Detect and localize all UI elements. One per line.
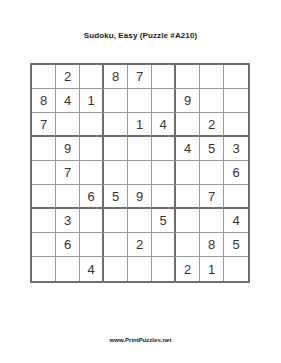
sudoku-cell-r7c5 <box>128 209 152 233</box>
sudoku-cell-r6c4: 5 <box>104 185 128 209</box>
sudoku-cell-r2c9 <box>224 89 248 113</box>
sudoku-cell-r2c6 <box>152 89 176 113</box>
sudoku-cell-r2c1: 8 <box>32 89 56 113</box>
sudoku-cell-r3c5: 1 <box>128 113 152 137</box>
sudoku-cell-r6c7 <box>176 185 200 209</box>
sudoku-cell-r7c1 <box>32 209 56 233</box>
sudoku-cell-r3c2 <box>56 113 80 137</box>
sudoku-cell-r7c8 <box>200 209 224 233</box>
sudoku-cell-r1c2: 2 <box>56 65 80 89</box>
sudoku-cell-r4c3 <box>80 137 104 161</box>
sudoku-cell-r5c3 <box>80 161 104 185</box>
sudoku-cell-r5c7 <box>176 161 200 185</box>
sudoku-cell-r1c3 <box>80 65 104 89</box>
sudoku-cell-r8c6 <box>152 233 176 257</box>
sudoku-cell-r4c7: 4 <box>176 137 200 161</box>
sudoku-cell-r4c1 <box>32 137 56 161</box>
sudoku-cell-r1c7 <box>176 65 200 89</box>
sudoku-cell-r6c2 <box>56 185 80 209</box>
sudoku-cell-r1c8 <box>200 65 224 89</box>
sudoku-cell-r7c9: 4 <box>224 209 248 233</box>
sudoku-cell-r8c7 <box>176 233 200 257</box>
sudoku-cell-r3c8: 2 <box>200 113 224 137</box>
sudoku-cell-r6c9 <box>224 185 248 209</box>
sudoku-cell-r2c8 <box>200 89 224 113</box>
sudoku-cell-r4c6 <box>152 137 176 161</box>
sudoku-cell-r4c9: 3 <box>224 137 248 161</box>
sudoku-cell-r9c8: 1 <box>200 257 224 281</box>
sudoku-cell-r1c9 <box>224 65 248 89</box>
sudoku-cell-r8c2: 6 <box>56 233 80 257</box>
sudoku-cell-r5c6 <box>152 161 176 185</box>
sudoku-cell-r2c7: 9 <box>176 89 200 113</box>
sudoku-cell-r1c6 <box>152 65 176 89</box>
sudoku-cell-r9c1 <box>32 257 56 281</box>
sudoku-cell-r8c8: 8 <box>200 233 224 257</box>
sudoku-cell-r1c5: 7 <box>128 65 152 89</box>
sudoku-cell-r6c3: 6 <box>80 185 104 209</box>
page-title: Sudoku, Easy (Puzzle #A210) <box>0 31 281 40</box>
sudoku-cell-r8c5: 2 <box>128 233 152 257</box>
sudoku-cell-r5c9: 6 <box>224 161 248 185</box>
sudoku-cell-r9c9 <box>224 257 248 281</box>
sudoku-cell-r2c4 <box>104 89 128 113</box>
sudoku-cell-r5c8 <box>200 161 224 185</box>
sudoku-cell-r5c4 <box>104 161 128 185</box>
sudoku-cell-r3c4 <box>104 113 128 137</box>
sudoku-board: 2878419714294537665973546285421 <box>30 63 250 283</box>
sudoku-cell-r3c9 <box>224 113 248 137</box>
sudoku-cell-r3c3 <box>80 113 104 137</box>
sudoku-cell-r7c4 <box>104 209 128 233</box>
sudoku-cell-r7c3 <box>80 209 104 233</box>
sudoku-cell-r7c6: 5 <box>152 209 176 233</box>
sudoku-cell-r7c2: 3 <box>56 209 80 233</box>
sudoku-cell-r8c4 <box>104 233 128 257</box>
sudoku-cell-r9c6 <box>152 257 176 281</box>
sudoku-cell-r6c1 <box>32 185 56 209</box>
sudoku-cell-r9c2 <box>56 257 80 281</box>
sudoku-cell-r9c5 <box>128 257 152 281</box>
sudoku-cell-r9c7: 2 <box>176 257 200 281</box>
sudoku-cell-r8c3 <box>80 233 104 257</box>
sudoku-cell-r3c6: 4 <box>152 113 176 137</box>
sudoku-cell-r5c2: 7 <box>56 161 80 185</box>
sudoku-cell-r1c4: 8 <box>104 65 128 89</box>
sudoku-cell-r4c5 <box>128 137 152 161</box>
sudoku-cell-r3c7 <box>176 113 200 137</box>
sudoku-cell-r6c8: 7 <box>200 185 224 209</box>
sudoku-cell-r9c4 <box>104 257 128 281</box>
sudoku-cell-r8c1 <box>32 233 56 257</box>
sudoku-cell-r8c9: 5 <box>224 233 248 257</box>
sudoku-cell-r3c1: 7 <box>32 113 56 137</box>
sudoku-cell-r2c2: 4 <box>56 89 80 113</box>
sudoku-page: { "page": { "title": "Sudoku, Easy (Puzz… <box>0 0 281 363</box>
sudoku-cell-r9c3: 4 <box>80 257 104 281</box>
sudoku-cell-r5c5 <box>128 161 152 185</box>
sudoku-cell-r4c2: 9 <box>56 137 80 161</box>
sudoku-cell-r6c6 <box>152 185 176 209</box>
sudoku-cell-r4c8: 5 <box>200 137 224 161</box>
sudoku-cell-r6c5: 9 <box>128 185 152 209</box>
sudoku-cell-r2c3: 1 <box>80 89 104 113</box>
footer-url: www.PrintPuzzles.net <box>0 337 281 343</box>
sudoku-cell-r2c5 <box>128 89 152 113</box>
sudoku-cell-r5c1 <box>32 161 56 185</box>
sudoku-cell-r1c1 <box>32 65 56 89</box>
sudoku-cell-r7c7 <box>176 209 200 233</box>
sudoku-cell-r4c4 <box>104 137 128 161</box>
